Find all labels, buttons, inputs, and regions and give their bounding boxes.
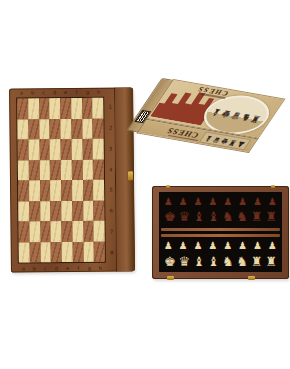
product-photo: abcdefgh abcdefgh 12345678 ♜♞♛♚♝ CHESS C… xyxy=(0,0,290,369)
board-square xyxy=(82,159,93,180)
board-square xyxy=(29,221,40,242)
light-pawn-piece: ♟ xyxy=(268,241,277,251)
board-square xyxy=(18,180,29,201)
dark-pawn-piece: ♟ xyxy=(223,197,232,207)
board-square xyxy=(62,241,73,262)
dark-pawn-piece: ♟ xyxy=(238,197,247,207)
board-grid xyxy=(16,97,106,264)
file-label: g xyxy=(82,88,93,96)
board-square xyxy=(18,201,29,222)
tray-row-light-pawns: ♟♟♟♟♟♟♟♟ xyxy=(161,241,280,251)
file-label: e xyxy=(62,264,73,272)
board-square xyxy=(61,201,72,222)
board-square xyxy=(49,98,60,119)
board-square xyxy=(28,119,39,140)
board-square xyxy=(71,98,82,119)
board-square xyxy=(40,221,51,242)
light-queen-piece: ♛ xyxy=(178,255,190,268)
board-square xyxy=(72,221,83,242)
board-square xyxy=(29,242,40,263)
board-square xyxy=(72,241,83,262)
chessboard: abcdefgh abcdefgh 12345678 xyxy=(9,87,135,272)
file-label: b xyxy=(29,264,40,272)
light-bishop-piece: ♝ xyxy=(193,255,205,268)
light-knight-piece: ♞ xyxy=(236,255,248,268)
board-square xyxy=(83,221,94,242)
board-square xyxy=(71,118,82,139)
dark-pawn-piece: ♟ xyxy=(164,197,173,207)
board-square xyxy=(50,180,61,201)
hinge-bar xyxy=(161,228,280,231)
piece-storage-tray: ♟♟♟♟♟♟♟♟♚♛♝♝♞♞♜♜ ♟♟♟♟♟♟♟♟♚♛♝♝♞♞♜♜ xyxy=(152,186,289,279)
light-rook-piece: ♜ xyxy=(265,255,277,268)
board-square xyxy=(28,139,39,160)
rank-label: 4 xyxy=(107,159,115,180)
board-square xyxy=(18,139,29,160)
light-pawn-piece: ♟ xyxy=(238,241,247,251)
file-label: f xyxy=(71,88,82,96)
brass-latch-icon xyxy=(271,185,275,188)
box-photo-pieces: ♜♞♛♚♝ xyxy=(209,106,263,124)
board-square xyxy=(40,201,51,222)
board-square xyxy=(17,98,28,119)
board-square xyxy=(93,139,104,160)
dark-pawn-piece: ♟ xyxy=(179,197,188,207)
rank-label: 5 xyxy=(107,180,115,201)
light-pawn-piece: ♟ xyxy=(179,241,188,251)
board-square xyxy=(61,221,72,242)
brass-foot-icon xyxy=(248,276,255,280)
board-square xyxy=(61,160,72,181)
rank-labels-right: 12345678 xyxy=(106,97,116,263)
board-square xyxy=(39,98,50,119)
dark-rook-piece: ♜ xyxy=(251,210,263,223)
board-square xyxy=(93,200,104,221)
board-square xyxy=(94,221,105,242)
board-square xyxy=(61,139,72,160)
light-pawn-piece: ♟ xyxy=(253,241,262,251)
board-square xyxy=(50,139,61,160)
board-square xyxy=(28,98,39,119)
file-label: e xyxy=(60,88,71,96)
board-square xyxy=(93,180,104,201)
file-label: c xyxy=(38,88,49,96)
dark-pawn-piece: ♟ xyxy=(209,197,218,207)
brass-clasp-icon xyxy=(128,171,133,180)
rank-label: 1 xyxy=(106,97,114,118)
board-square xyxy=(83,241,94,262)
board-square xyxy=(61,180,72,201)
board-square xyxy=(71,139,82,160)
board-square xyxy=(83,200,94,221)
board-square xyxy=(39,119,50,140)
board-square xyxy=(51,221,62,242)
board-square xyxy=(60,98,71,119)
light-pawn-piece: ♟ xyxy=(164,241,173,251)
board-square xyxy=(50,119,61,140)
rank-label: 2 xyxy=(106,117,114,138)
board-square xyxy=(19,242,30,263)
rank-label: 6 xyxy=(107,200,115,221)
dark-knight-piece: ♞ xyxy=(222,210,234,223)
board-square xyxy=(72,200,83,221)
board-square xyxy=(50,201,61,222)
board-square xyxy=(82,139,93,160)
light-bishop-piece: ♝ xyxy=(207,255,219,268)
box-front-photo-pieces: ♟♜♚♛♝ xyxy=(203,134,247,148)
file-label: h xyxy=(93,88,104,96)
board-square xyxy=(39,139,50,160)
file-label: c xyxy=(40,264,51,272)
tray-row-light-majors: ♚♛♝♝♞♞♜♜ xyxy=(161,255,280,268)
dark-bishop-piece: ♝ xyxy=(207,210,219,223)
board-square xyxy=(17,119,28,140)
tray-dark-half: ♟♟♟♟♟♟♟♟♚♛♝♝♞♞♜♜ xyxy=(159,192,282,228)
light-pawn-piece: ♟ xyxy=(223,241,232,251)
tray-row-dark-pawns: ♟♟♟♟♟♟♟♟ xyxy=(161,197,280,207)
file-labels-bottom: abcdefgh xyxy=(18,264,106,273)
file-label: a xyxy=(16,88,27,96)
tray-hinge xyxy=(161,228,280,237)
board-square xyxy=(29,160,40,181)
dark-king-piece: ♚ xyxy=(164,210,176,223)
light-rook-piece: ♜ xyxy=(251,255,263,268)
file-label: d xyxy=(49,88,60,96)
light-king-piece: ♚ xyxy=(164,255,176,268)
light-pawn-piece: ♟ xyxy=(209,241,218,251)
light-knight-piece: ♞ xyxy=(222,255,234,268)
file-label: b xyxy=(27,88,38,96)
board-square xyxy=(51,242,62,263)
board-square xyxy=(40,180,51,201)
board-square xyxy=(92,98,103,119)
dark-pawn-piece: ♟ xyxy=(194,197,203,207)
rank-label: 8 xyxy=(108,242,116,263)
file-label: h xyxy=(95,264,106,272)
board-square xyxy=(29,180,40,201)
rank-label: 7 xyxy=(107,221,115,242)
file-labels-top: abcdefgh xyxy=(16,88,104,97)
rank-label: 3 xyxy=(107,138,115,159)
dark-bishop-piece: ♝ xyxy=(193,210,205,223)
board-square xyxy=(39,160,50,181)
brass-latch-icon xyxy=(166,185,170,188)
board-square xyxy=(82,98,93,119)
tray-row-dark-majors: ♚♛♝♝♞♞♜♜ xyxy=(161,210,280,223)
board-square xyxy=(18,160,29,181)
file-label: d xyxy=(51,264,62,272)
retail-box: ♜♞♛♚♝ CHESS CHESS ♟♜♚♛♝ xyxy=(137,79,286,153)
light-pawn-piece: ♟ xyxy=(194,241,203,251)
dark-knight-piece: ♞ xyxy=(236,210,248,223)
brass-foot-icon xyxy=(167,276,174,280)
dark-queen-piece: ♛ xyxy=(178,210,190,223)
board-square xyxy=(93,118,104,139)
board-square xyxy=(40,242,51,263)
tray-interior: ♟♟♟♟♟♟♟♟♚♛♝♝♞♞♜♜ ♟♟♟♟♟♟♟♟♚♛♝♝♞♞♜♜ xyxy=(159,192,282,272)
board-square xyxy=(72,180,83,201)
board-square xyxy=(82,180,93,201)
board-square xyxy=(50,160,61,181)
board-square xyxy=(18,221,29,242)
file-label: a xyxy=(18,264,29,272)
board-square xyxy=(72,159,83,180)
dark-pawn-piece: ♟ xyxy=(268,197,277,207)
dark-pawn-piece: ♟ xyxy=(253,197,262,207)
board-square xyxy=(60,119,71,140)
board-square xyxy=(82,118,93,139)
tray-light-half: ♟♟♟♟♟♟♟♟♚♛♝♝♞♞♜♜ xyxy=(159,237,282,273)
dark-rook-piece: ♜ xyxy=(265,210,277,223)
board-square xyxy=(29,201,40,222)
board-square xyxy=(94,241,105,262)
board-square xyxy=(93,159,104,180)
file-label: f xyxy=(73,264,84,272)
file-label: g xyxy=(84,264,95,272)
